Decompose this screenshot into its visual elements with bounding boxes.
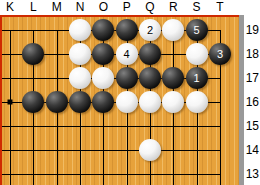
stone-white-N19: [69, 19, 91, 41]
stone-white-Q16: [139, 91, 161, 113]
stone-black-P17: [116, 67, 138, 89]
stone-black-O19: [92, 19, 114, 41]
row-label-16: 16: [244, 95, 260, 109]
stone-black-L16: [22, 91, 44, 113]
stone-white-R16: [162, 91, 184, 113]
crop-edge-left: [0, 15, 2, 185]
stone-black-S19: 5: [186, 19, 208, 41]
stone-black-N16: [69, 91, 91, 113]
go-diagram: KLMNOPQRST 19181716151413 25431: [0, 0, 260, 185]
row-label-14: 14: [244, 143, 260, 157]
stone-black-Q17: [139, 67, 161, 89]
column-label-M: M: [52, 1, 62, 14]
row-label-13: 13: [244, 167, 260, 181]
column-label-T: T: [216, 1, 223, 14]
stone-black-Q18: [139, 43, 161, 65]
column-label-R: R: [169, 1, 178, 14]
column-label-S: S: [193, 1, 201, 14]
stone-black-O16: [92, 91, 114, 113]
column-label-P: P: [123, 1, 131, 14]
row-label-19: 19: [244, 23, 260, 37]
stone-black-M16: [46, 91, 68, 113]
column-label-K: K: [6, 1, 14, 14]
stone-white-S16: [186, 91, 208, 113]
column-label-L: L: [30, 1, 37, 14]
column-label-Q: Q: [145, 1, 154, 14]
stone-black-S17: 1: [186, 67, 208, 89]
stone-white-N18: [69, 43, 91, 65]
stone-white-P18: 4: [116, 43, 138, 65]
grid-vline-K: [10, 30, 11, 185]
stone-black-L18: [22, 43, 44, 65]
stone-black-O18: [92, 43, 114, 65]
stone-black-P19: [116, 19, 138, 41]
stone-white-S18: [186, 43, 208, 65]
stone-white-P16: [116, 91, 138, 113]
stone-white-Q14: [139, 139, 161, 161]
row-label-18: 18: [244, 47, 260, 61]
crop-edge-top: [0, 15, 239, 17]
stone-white-N17: [69, 67, 91, 89]
stone-white-R19: [162, 19, 184, 41]
star-point-K16: [8, 100, 13, 105]
stone-white-O17: [92, 67, 114, 89]
stone-black-T18: 3: [209, 43, 231, 65]
stone-black-R17: [162, 67, 184, 89]
row-label-15: 15: [244, 119, 260, 133]
column-label-N: N: [76, 1, 85, 14]
row-label-17: 17: [244, 71, 260, 85]
stone-white-Q19: 2: [139, 19, 161, 41]
column-label-O: O: [99, 1, 108, 14]
